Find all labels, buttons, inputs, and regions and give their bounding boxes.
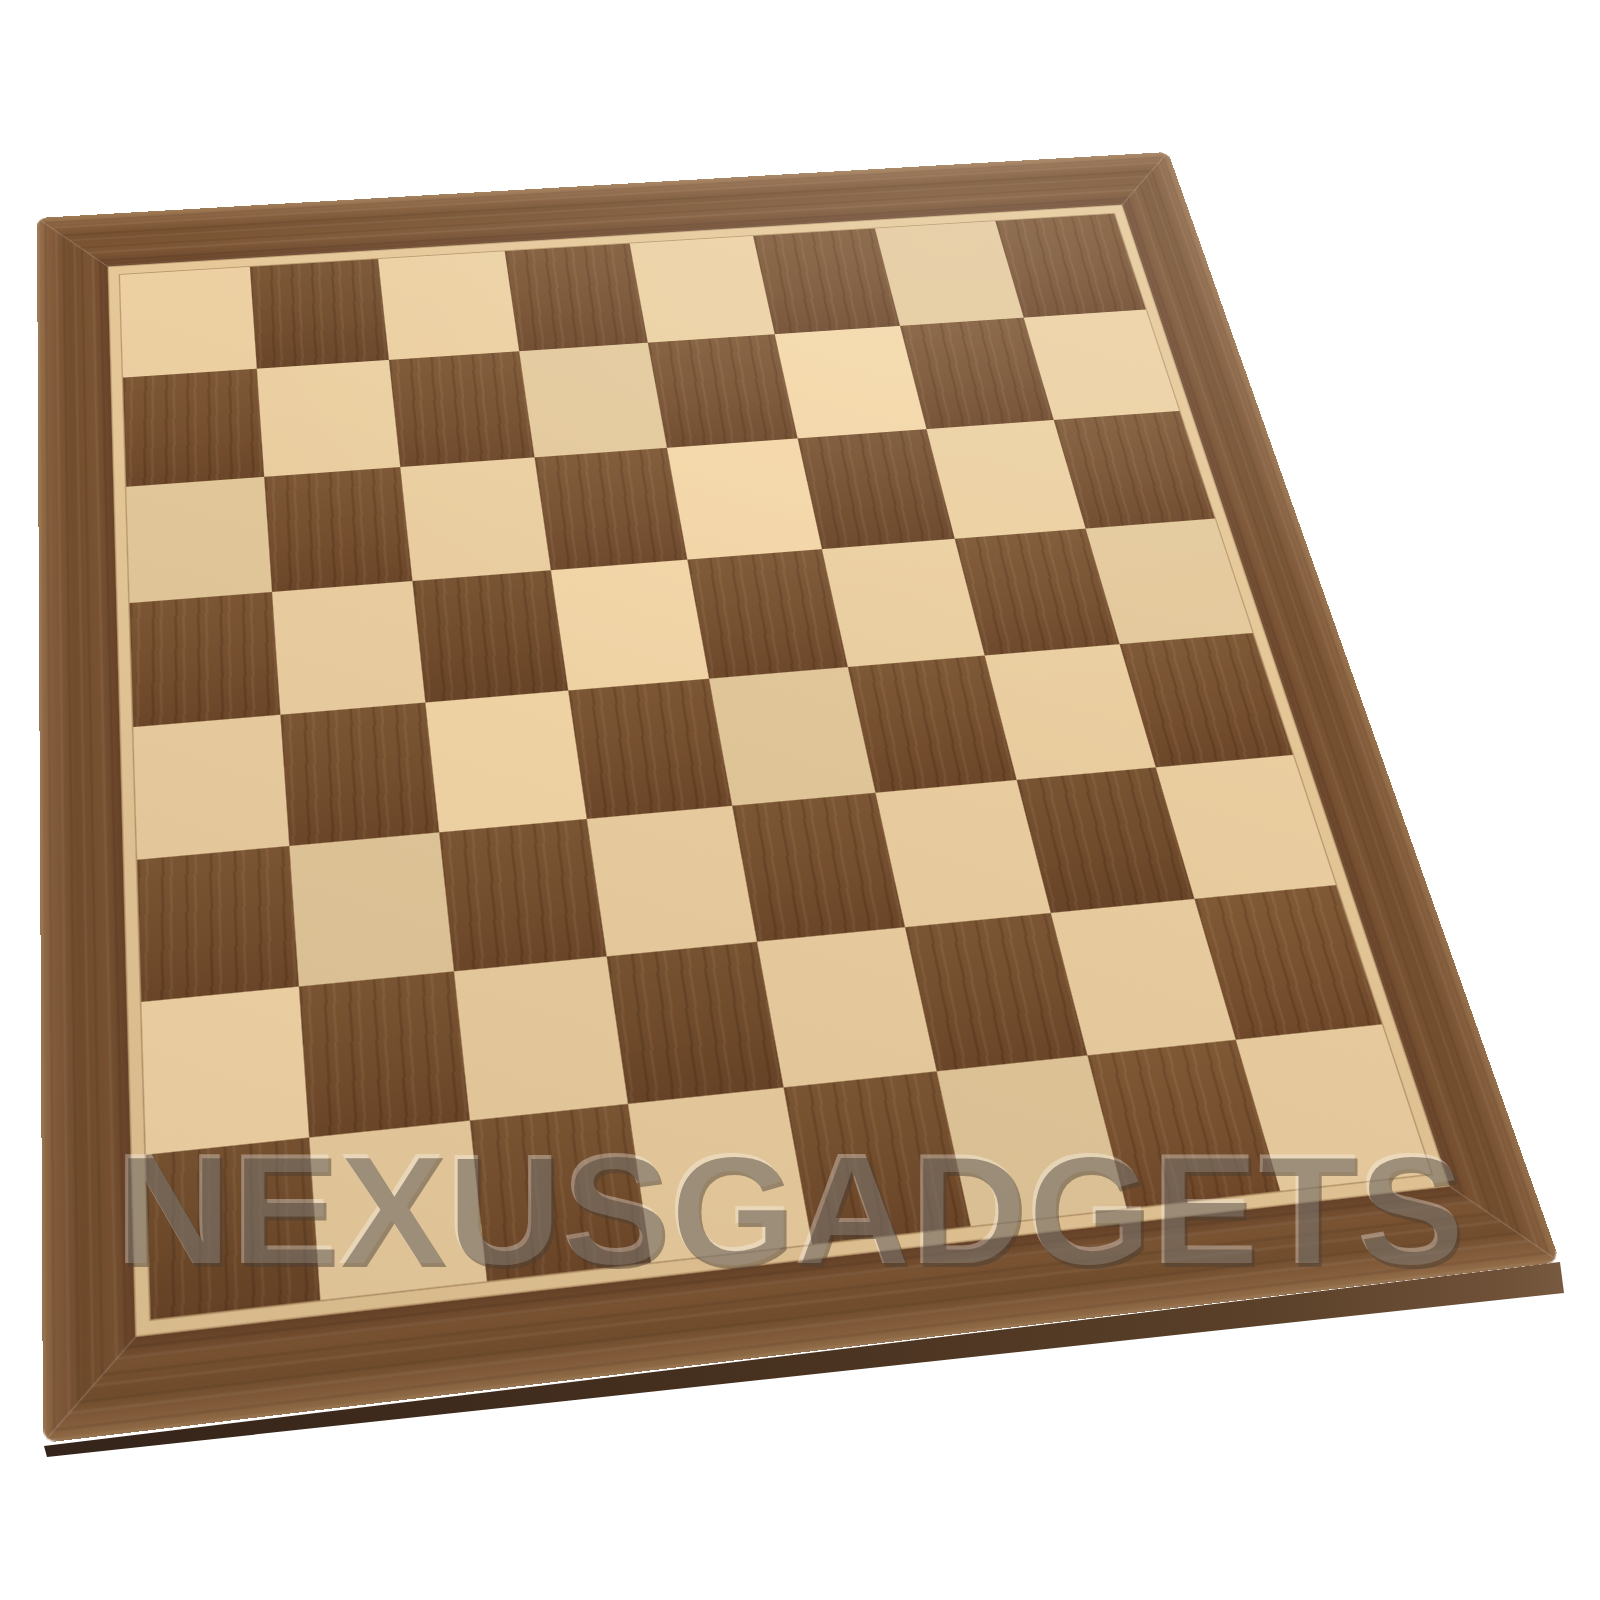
square-e6	[667, 438, 822, 559]
square-a1	[146, 1138, 320, 1320]
square-e7	[648, 334, 798, 448]
square-d3	[587, 806, 757, 957]
square-c7	[389, 351, 535, 467]
square-b1	[309, 1121, 487, 1301]
square-c4	[425, 691, 586, 833]
square-a5	[130, 592, 281, 727]
square-a3	[137, 846, 299, 1002]
square-b5	[272, 581, 425, 715]
square-e4	[709, 667, 875, 806]
square-d2	[607, 942, 784, 1104]
square-a2	[141, 987, 309, 1155]
square-e3	[732, 793, 905, 942]
square-c1	[470, 1104, 651, 1281]
square-d4	[568, 679, 732, 819]
square-b2	[299, 971, 470, 1137]
square-c2	[454, 956, 628, 1120]
square-a7	[123, 369, 264, 487]
square-c3	[439, 819, 606, 971]
square-a4	[133, 715, 289, 860]
square-c6	[400, 457, 551, 581]
square-d7	[519, 343, 667, 458]
square-b8	[250, 259, 389, 369]
square-f8	[753, 228, 900, 334]
product-photo-stage: NEXUSGADGETS NEXUSGADGETS	[0, 0, 1600, 1600]
square-b7	[257, 360, 400, 477]
square-a8	[120, 267, 257, 378]
square-c8	[378, 251, 519, 360]
chess-board	[37, 152, 1560, 1443]
square-b3	[289, 832, 454, 986]
square-d5	[551, 560, 709, 691]
square-a6	[126, 477, 272, 603]
square-b4	[280, 703, 439, 846]
square-d8	[505, 244, 648, 352]
square-e8	[630, 236, 775, 343]
square-c5	[412, 570, 568, 702]
square-b6	[264, 467, 412, 592]
square-e5	[687, 549, 848, 679]
square-d6	[535, 448, 688, 570]
square-d1	[628, 1087, 812, 1262]
